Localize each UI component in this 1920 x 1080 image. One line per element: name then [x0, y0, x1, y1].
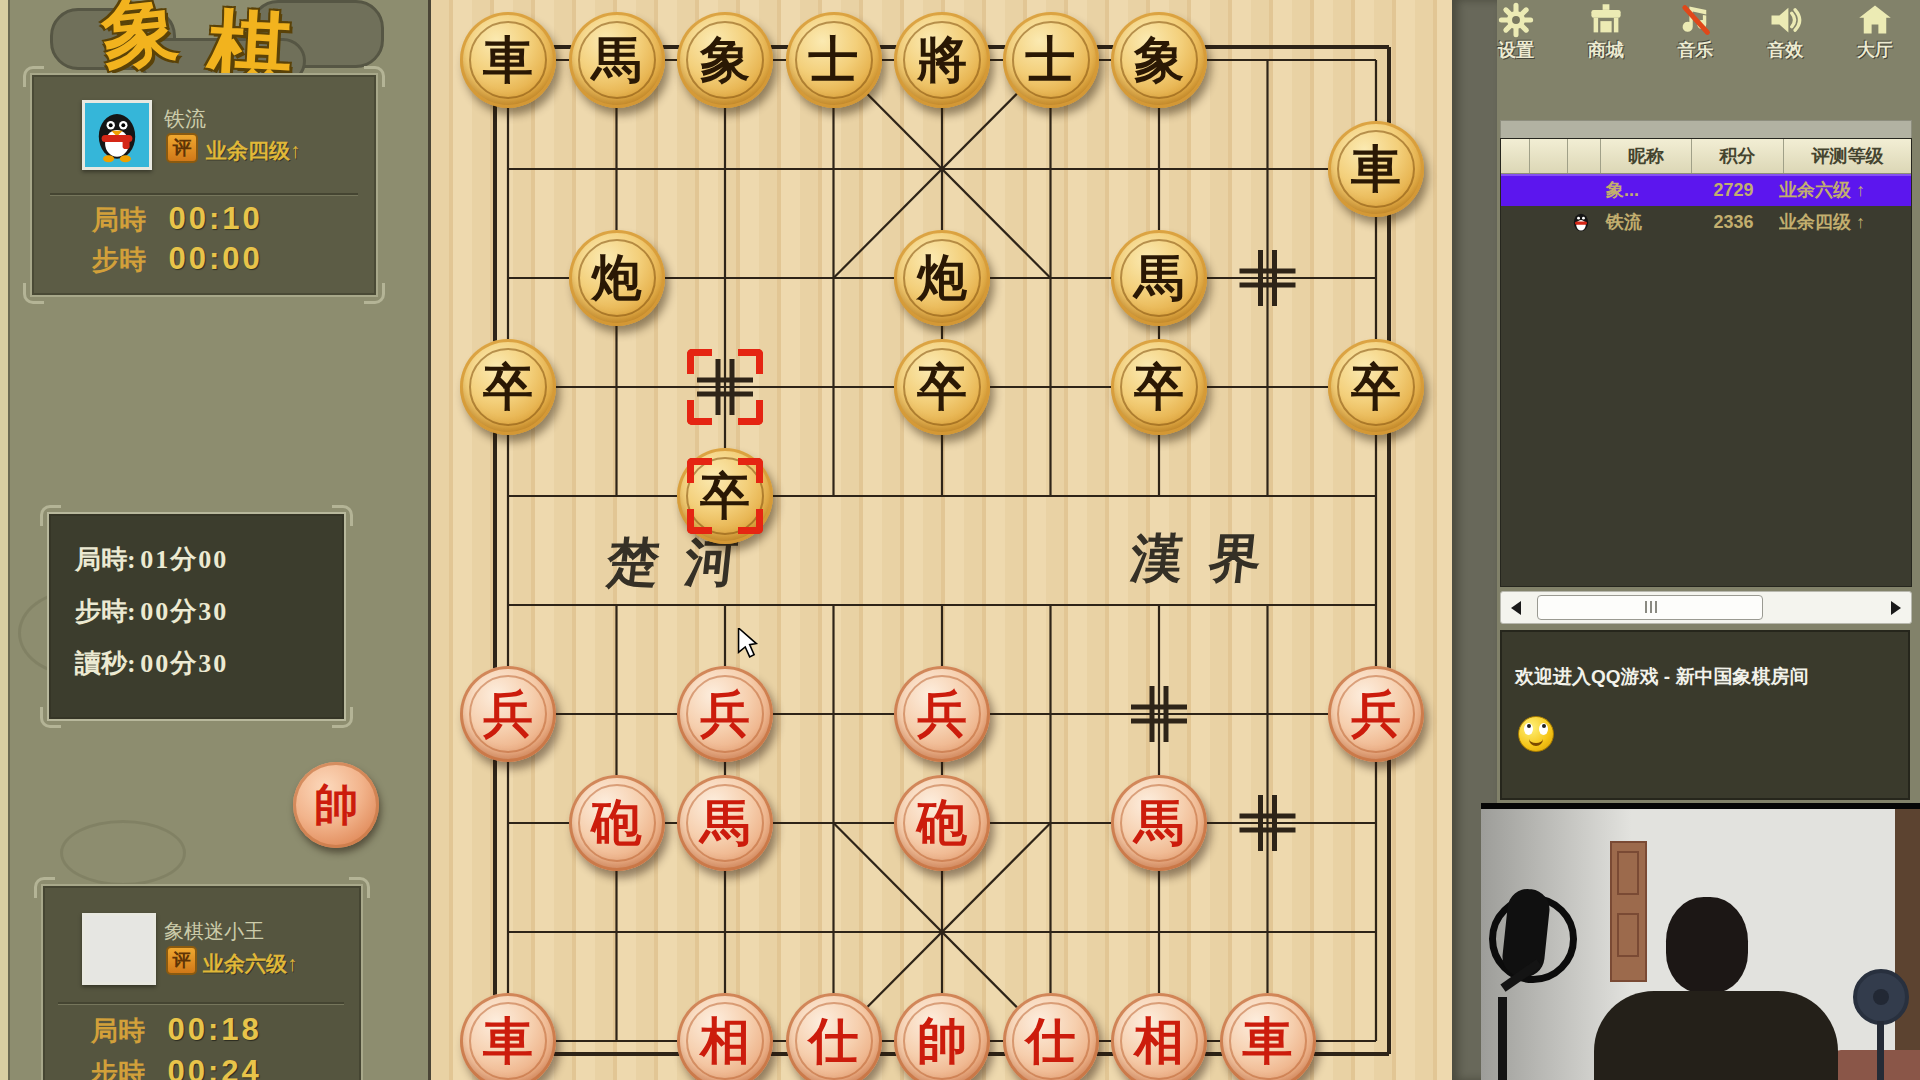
piece-black-象[interactable]: 象: [1111, 12, 1207, 108]
piece-black-炮[interactable]: 炮: [894, 230, 990, 326]
fan: [1853, 969, 1909, 1025]
piece-red-馬[interactable]: 馬: [1111, 775, 1207, 871]
time-settings-box: 局時: 01分00 步時: 00分30 讀秒: 00分30: [47, 512, 346, 721]
scroll-left-arrow-icon[interactable]: [1511, 601, 1521, 615]
move-time-label: 步時: [92, 245, 146, 275]
piece-black-士[interactable]: 士: [1003, 12, 1099, 108]
music-muted-icon: [1677, 2, 1713, 38]
webcam-feed: [1481, 803, 1920, 1080]
chat-welcome-message: 欢迎进入QQ游戏 - 新中国象棋房间: [1515, 664, 1899, 690]
setting-label: 步時:: [75, 597, 136, 626]
piece-black-車[interactable]: 車: [460, 12, 556, 108]
board-grid: [431, 0, 1455, 1080]
panel-edge-strip: [0, 0, 10, 1080]
move-time-value: 00:00: [168, 241, 262, 276]
divider: [50, 193, 358, 196]
table-top-bevel: [1500, 120, 1912, 140]
rating-badge: 评: [166, 946, 197, 975]
setting-value: 01分00: [140, 545, 228, 574]
setting-value: 00分30: [140, 597, 228, 626]
row-score: 2729: [1688, 180, 1779, 201]
person-body: [1594, 991, 1838, 1080]
table-header: 昵称 积分 评测等级: [1501, 139, 1911, 174]
scrollbar-thumb[interactable]: [1537, 595, 1763, 620]
piece-red-車[interactable]: 車: [460, 993, 556, 1080]
last-move-from-marker: [687, 349, 763, 425]
setting-label: 讀秒:: [75, 649, 136, 678]
shop-icon: [1588, 2, 1624, 38]
piece-red-兵[interactable]: 兵: [460, 666, 556, 762]
row-nickname: 象...: [1598, 178, 1688, 202]
red-turn-indicator-piece: 帥: [293, 762, 379, 848]
piece-red-馬[interactable]: 馬: [677, 775, 773, 871]
piece-black-象[interactable]: 象: [677, 12, 773, 108]
piece-black-卒[interactable]: 卒: [1111, 339, 1207, 435]
row-nickname: 铁流: [1598, 210, 1688, 234]
setting-label: 局時:: [75, 545, 136, 574]
game-time-value: 00:18: [167, 1012, 261, 1047]
piece-black-將[interactable]: 將: [894, 12, 990, 108]
menu-bar: 设置 商城 音乐 音效: [1471, 0, 1920, 80]
game-time-value: 00:10: [168, 201, 262, 236]
piece-red-帥[interactable]: 帥: [894, 993, 990, 1080]
river-label-right: 漢界: [1127, 524, 1290, 594]
piece-red-相[interactable]: 相: [677, 993, 773, 1080]
left-panel: 象 棋 铁流 评 业余四级↑ 局時 00:10 步時 00: [0, 0, 428, 1080]
menu-item-settings[interactable]: 设置: [1471, 0, 1561, 80]
bottom-player-card: 象棋迷小王 评 业余六级↑ 局時 00:18 步時 00:24: [41, 884, 363, 1080]
piece-red-相[interactable]: 相: [1111, 993, 1207, 1080]
piece-red-兵[interactable]: 兵: [894, 666, 990, 762]
move-time-value: 00:24: [167, 1054, 261, 1080]
header-nickname[interactable]: 昵称: [1600, 139, 1691, 173]
menu-item-music[interactable]: 音乐: [1651, 0, 1741, 80]
piece-black-卒[interactable]: 卒: [894, 339, 990, 435]
top-player-card: 铁流 评 业余四级↑ 局時 00:10 步時 00:00: [30, 73, 378, 297]
scroll-right-arrow-icon[interactable]: [1891, 601, 1901, 615]
piece-red-仕[interactable]: 仕: [786, 993, 882, 1080]
piece-red-仕[interactable]: 仕: [1003, 993, 1099, 1080]
bottom-player-name: 象棋迷小王: [164, 918, 264, 945]
gear-icon: [1498, 2, 1534, 38]
header-rank[interactable]: 评测等级: [1783, 139, 1911, 173]
piece-black-炮[interactable]: 炮: [569, 230, 665, 326]
wardrobe: [1895, 809, 1920, 1080]
player-table: 昵称 积分 评测等级 象... 2729 业余六级 ↑ 铁流 2336 业余四级…: [1500, 138, 1912, 587]
piece-red-砲[interactable]: 砲: [894, 775, 990, 871]
row-rank: 业余六级 ↑: [1779, 178, 1911, 202]
qq-xiangqi-game-window: { "game": "xiangqi", "app_title": "QQ游戏 …: [0, 0, 1920, 1080]
bottom-player-avatar[interactable]: [82, 913, 156, 985]
bottom-player-rank: 业余六级↑: [203, 950, 298, 978]
door: [1610, 841, 1647, 982]
chat-box[interactable]: 欢迎进入QQ游戏 - 新中国象棋房间: [1500, 630, 1910, 800]
piece-black-卒[interactable]: 卒: [1328, 339, 1424, 435]
microphone-stand: [1498, 997, 1507, 1080]
piece-black-卒[interactable]: 卒: [460, 339, 556, 435]
menu-item-lobby[interactable]: 大厅: [1830, 0, 1920, 80]
table-row[interactable]: 铁流 2336 业余四级 ↑: [1501, 206, 1911, 238]
top-player-avatar[interactable]: [82, 100, 152, 170]
setting-value: 00分30: [140, 649, 228, 678]
row-rank: 业余四级 ↑: [1779, 210, 1911, 234]
rating-badge: 评: [166, 133, 198, 163]
webcam-top-bar: [1481, 803, 1920, 809]
qq-penguin-icon: [1570, 211, 1592, 233]
piece-red-兵[interactable]: 兵: [1328, 666, 1424, 762]
piece-black-車[interactable]: 車: [1328, 121, 1424, 217]
move-time-label: 步時: [91, 1058, 145, 1080]
table-row[interactable]: 象... 2729 业余六级 ↑: [1501, 174, 1911, 206]
smiley-emoji: [1518, 716, 1554, 752]
top-player-name: 铁流: [164, 105, 206, 133]
divider: [58, 1002, 344, 1005]
menu-item-mall[interactable]: 商城: [1561, 0, 1651, 80]
horizontal-scrollbar[interactable]: [1500, 591, 1912, 624]
house-icon: [1857, 2, 1893, 38]
person-head: [1666, 897, 1748, 993]
row-score: 2336: [1688, 212, 1779, 233]
speaker-icon: [1767, 2, 1803, 38]
xiangqi-board[interactable]: 楚河 漢界 車馬象士將士象車炮炮馬卒卒卒卒卒兵兵兵兵砲馬砲馬車相仕帥仕相車: [428, 0, 1455, 1080]
bed: [1831, 1050, 1920, 1080]
top-player-rank: 业余四级↑: [206, 137, 301, 165]
last-move-to-marker: [687, 458, 763, 534]
qq-penguin-icon: [89, 107, 145, 163]
game-time-label: 局時: [92, 205, 146, 235]
cloud-decoration: [60, 820, 186, 886]
header-score[interactable]: 积分: [1691, 139, 1783, 173]
menu-item-sound[interactable]: 音效: [1740, 0, 1830, 80]
game-time-label: 局時: [91, 1016, 145, 1046]
piece-black-馬[interactable]: 馬: [569, 12, 665, 108]
piece-black-士[interactable]: 士: [786, 12, 882, 108]
fan-stand: [1877, 1021, 1884, 1080]
piece-black-馬[interactable]: 馬: [1111, 230, 1207, 326]
piece-red-兵[interactable]: 兵: [677, 666, 773, 762]
piece-red-車[interactable]: 車: [1220, 993, 1316, 1080]
piece-red-砲[interactable]: 砲: [569, 775, 665, 871]
mouse-cursor: [735, 628, 761, 662]
